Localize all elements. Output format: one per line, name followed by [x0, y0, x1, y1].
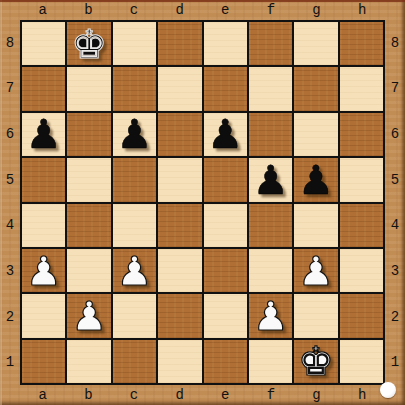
- square-e8[interactable]: [204, 22, 247, 65]
- white-to-move-indicator: [380, 382, 396, 398]
- chess-board-frame: abcdefgh abcdefgh 87654321 87654321 ♚♟♟♟…: [0, 0, 405, 405]
- square-c4[interactable]: [113, 204, 156, 247]
- square-e4[interactable]: [204, 204, 247, 247]
- file-label: e: [203, 385, 249, 405]
- square-a5[interactable]: [22, 158, 65, 201]
- white-pawn[interactable]: ♟: [117, 251, 153, 291]
- square-d6[interactable]: [158, 113, 201, 156]
- black-pawn[interactable]: ♟: [298, 160, 334, 200]
- square-h6[interactable]: [340, 113, 383, 156]
- square-a1[interactable]: [22, 340, 65, 383]
- black-pawn[interactable]: ♟: [207, 114, 243, 154]
- square-h5[interactable]: [340, 158, 383, 201]
- white-pawn[interactable]: ♟: [26, 251, 62, 291]
- rank-label: 6: [385, 111, 405, 157]
- square-d1[interactable]: [158, 340, 201, 383]
- file-label: e: [203, 0, 249, 20]
- square-e6[interactable]: ♟: [204, 113, 247, 156]
- square-b2[interactable]: ♟: [67, 294, 110, 337]
- black-king[interactable]: ♚: [71, 24, 107, 64]
- square-g7[interactable]: [294, 67, 337, 110]
- file-label: h: [339, 0, 385, 20]
- square-g6[interactable]: [294, 113, 337, 156]
- square-g3[interactable]: ♟: [294, 249, 337, 292]
- square-f4[interactable]: [249, 204, 292, 247]
- rank-label: 4: [0, 203, 20, 249]
- square-d3[interactable]: [158, 249, 201, 292]
- rank-label: 4: [385, 203, 405, 249]
- square-f2[interactable]: ♟: [249, 294, 292, 337]
- square-e1[interactable]: [204, 340, 247, 383]
- square-e3[interactable]: [204, 249, 247, 292]
- rank-label: 2: [385, 294, 405, 340]
- square-c2[interactable]: [113, 294, 156, 337]
- white-pawn[interactable]: ♟: [253, 296, 289, 336]
- file-label: g: [294, 385, 340, 405]
- square-d8[interactable]: [158, 22, 201, 65]
- file-label: c: [111, 0, 157, 20]
- square-d7[interactable]: [158, 67, 201, 110]
- square-c5[interactable]: [113, 158, 156, 201]
- square-a8[interactable]: [22, 22, 65, 65]
- square-c3[interactable]: ♟: [113, 249, 156, 292]
- square-e2[interactable]: [204, 294, 247, 337]
- square-b4[interactable]: [67, 204, 110, 247]
- rank-label: 5: [0, 157, 20, 203]
- rank-label: 1: [0, 339, 20, 385]
- rank-label: 5: [385, 157, 405, 203]
- square-g1[interactable]: ♚: [294, 340, 337, 383]
- square-a7[interactable]: [22, 67, 65, 110]
- file-label: a: [20, 385, 66, 405]
- rank-label: 6: [0, 111, 20, 157]
- square-f3[interactable]: [249, 249, 292, 292]
- file-labels-bottom: abcdefgh: [20, 385, 385, 405]
- file-label: b: [66, 385, 112, 405]
- rank-label: 7: [0, 66, 20, 112]
- square-d5[interactable]: [158, 158, 201, 201]
- square-c7[interactable]: [113, 67, 156, 110]
- black-pawn[interactable]: ♟: [117, 114, 153, 154]
- rank-label: 2: [0, 294, 20, 340]
- file-label: f: [248, 0, 294, 20]
- file-labels-top: abcdefgh: [20, 0, 385, 20]
- square-f7[interactable]: [249, 67, 292, 110]
- file-label: b: [66, 0, 112, 20]
- square-f6[interactable]: [249, 113, 292, 156]
- file-label: g: [294, 0, 340, 20]
- square-h7[interactable]: [340, 67, 383, 110]
- square-f1[interactable]: [249, 340, 292, 383]
- square-e5[interactable]: [204, 158, 247, 201]
- square-h8[interactable]: [340, 22, 383, 65]
- square-a4[interactable]: [22, 204, 65, 247]
- black-pawn[interactable]: ♟: [253, 160, 289, 200]
- rank-labels-left: 87654321: [0, 20, 20, 385]
- square-b3[interactable]: [67, 249, 110, 292]
- square-d4[interactable]: [158, 204, 201, 247]
- square-h3[interactable]: [340, 249, 383, 292]
- rank-label: 1: [385, 339, 405, 385]
- square-g8[interactable]: [294, 22, 337, 65]
- chess-board: ♚♟♟♟♟♟♟♟♟♟♟♚: [20, 20, 385, 385]
- square-d2[interactable]: [158, 294, 201, 337]
- white-pawn[interactable]: ♟: [71, 296, 107, 336]
- square-g4[interactable]: [294, 204, 337, 247]
- black-pawn[interactable]: ♟: [26, 114, 62, 154]
- square-h2[interactable]: [340, 294, 383, 337]
- white-king[interactable]: ♚: [298, 341, 334, 381]
- square-h4[interactable]: [340, 204, 383, 247]
- square-g2[interactable]: [294, 294, 337, 337]
- square-b8[interactable]: ♚: [67, 22, 110, 65]
- rank-labels-right: 87654321: [385, 20, 405, 385]
- square-b6[interactable]: [67, 113, 110, 156]
- file-label: a: [20, 0, 66, 20]
- file-label: f: [248, 385, 294, 405]
- square-c6[interactable]: ♟: [113, 113, 156, 156]
- square-a3[interactable]: ♟: [22, 249, 65, 292]
- square-b1[interactable]: [67, 340, 110, 383]
- white-pawn[interactable]: ♟: [298, 251, 334, 291]
- file-label: d: [157, 385, 203, 405]
- square-h1[interactable]: [340, 340, 383, 383]
- square-g5[interactable]: ♟: [294, 158, 337, 201]
- rank-label: 3: [385, 248, 405, 294]
- rank-label: 8: [0, 20, 20, 66]
- square-b5[interactable]: [67, 158, 110, 201]
- square-f8[interactable]: [249, 22, 292, 65]
- rank-label: 7: [385, 66, 405, 112]
- square-e7[interactable]: [204, 67, 247, 110]
- square-b7[interactable]: [67, 67, 110, 110]
- square-c8[interactable]: [113, 22, 156, 65]
- rank-label: 3: [0, 248, 20, 294]
- square-a2[interactable]: [22, 294, 65, 337]
- file-label: d: [157, 0, 203, 20]
- file-label: c: [111, 385, 157, 405]
- file-label: h: [339, 385, 385, 405]
- square-f5[interactable]: ♟: [249, 158, 292, 201]
- square-c1[interactable]: [113, 340, 156, 383]
- square-a6[interactable]: ♟: [22, 113, 65, 156]
- rank-label: 8: [385, 20, 405, 66]
